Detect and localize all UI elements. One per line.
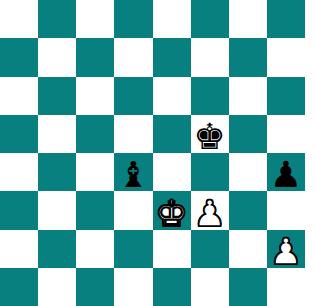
square-f3[interactable]: ♟ (191, 191, 229, 229)
square-a3[interactable] (0, 191, 38, 229)
piece-white-pawn[interactable]: ♟ (194, 196, 226, 230)
square-g7[interactable] (229, 38, 267, 76)
square-d6[interactable] (114, 77, 152, 115)
square-c7[interactable] (76, 38, 114, 76)
square-e5[interactable] (153, 115, 191, 153)
square-g4[interactable] (229, 153, 267, 191)
square-b8[interactable] (38, 0, 76, 38)
square-h1[interactable] (267, 268, 305, 306)
square-b4[interactable] (38, 153, 76, 191)
chess-board: ♚♝♟♚♟♟ (0, 0, 305, 306)
square-c3[interactable] (76, 191, 114, 229)
square-f5[interactable]: ♚ (191, 115, 229, 153)
square-d7[interactable] (114, 38, 152, 76)
square-g2[interactable] (229, 230, 267, 268)
square-b2[interactable] (38, 230, 76, 268)
square-c4[interactable] (76, 153, 114, 191)
square-e1[interactable] (153, 268, 191, 306)
chess-diagram: ♚♝♟♚♟♟ (0, 0, 315, 306)
square-a1[interactable] (0, 268, 38, 306)
square-b6[interactable] (38, 77, 76, 115)
square-f1[interactable] (191, 268, 229, 306)
square-a4[interactable] (0, 153, 38, 191)
square-g3[interactable] (229, 191, 267, 229)
square-e4[interactable] (153, 153, 191, 191)
square-d1[interactable] (114, 268, 152, 306)
square-a6[interactable] (0, 77, 38, 115)
square-c2[interactable] (76, 230, 114, 268)
square-h6[interactable] (267, 77, 305, 115)
square-b1[interactable] (38, 268, 76, 306)
square-f7[interactable] (191, 38, 229, 76)
piece-black-bishop[interactable]: ♝ (117, 157, 149, 191)
square-b7[interactable] (38, 38, 76, 76)
square-g8[interactable] (229, 0, 267, 38)
square-c1[interactable] (76, 268, 114, 306)
square-a5[interactable] (0, 115, 38, 153)
square-d2[interactable] (114, 230, 152, 268)
square-e6[interactable] (153, 77, 191, 115)
square-d3[interactable] (114, 191, 152, 229)
square-h5[interactable] (267, 115, 305, 153)
square-a7[interactable] (0, 38, 38, 76)
square-b5[interactable] (38, 115, 76, 153)
square-f6[interactable] (191, 77, 229, 115)
square-d8[interactable] (114, 0, 152, 38)
square-f4[interactable] (191, 153, 229, 191)
square-f8[interactable] (191, 0, 229, 38)
square-e3[interactable]: ♚ (153, 191, 191, 229)
square-c8[interactable] (76, 0, 114, 38)
square-e2[interactable] (153, 230, 191, 268)
square-h8[interactable] (267, 0, 305, 38)
square-h3[interactable] (267, 191, 305, 229)
piece-black-pawn[interactable]: ♟ (270, 157, 302, 191)
piece-black-king[interactable]: ♚ (194, 119, 226, 153)
square-b3[interactable] (38, 191, 76, 229)
piece-white-pawn[interactable]: ♟ (270, 234, 302, 268)
square-d4[interactable]: ♝ (114, 153, 152, 191)
square-a2[interactable] (0, 230, 38, 268)
square-f2[interactable] (191, 230, 229, 268)
square-e7[interactable] (153, 38, 191, 76)
square-c5[interactable] (76, 115, 114, 153)
square-c6[interactable] (76, 77, 114, 115)
square-h4[interactable]: ♟ (267, 153, 305, 191)
square-g6[interactable] (229, 77, 267, 115)
square-e8[interactable] (153, 0, 191, 38)
square-h7[interactable] (267, 38, 305, 76)
square-g5[interactable] (229, 115, 267, 153)
square-g1[interactable] (229, 268, 267, 306)
square-h2[interactable]: ♟ (267, 230, 305, 268)
square-d5[interactable] (114, 115, 152, 153)
piece-white-king[interactable]: ♚ (155, 196, 187, 230)
square-a8[interactable] (0, 0, 38, 38)
